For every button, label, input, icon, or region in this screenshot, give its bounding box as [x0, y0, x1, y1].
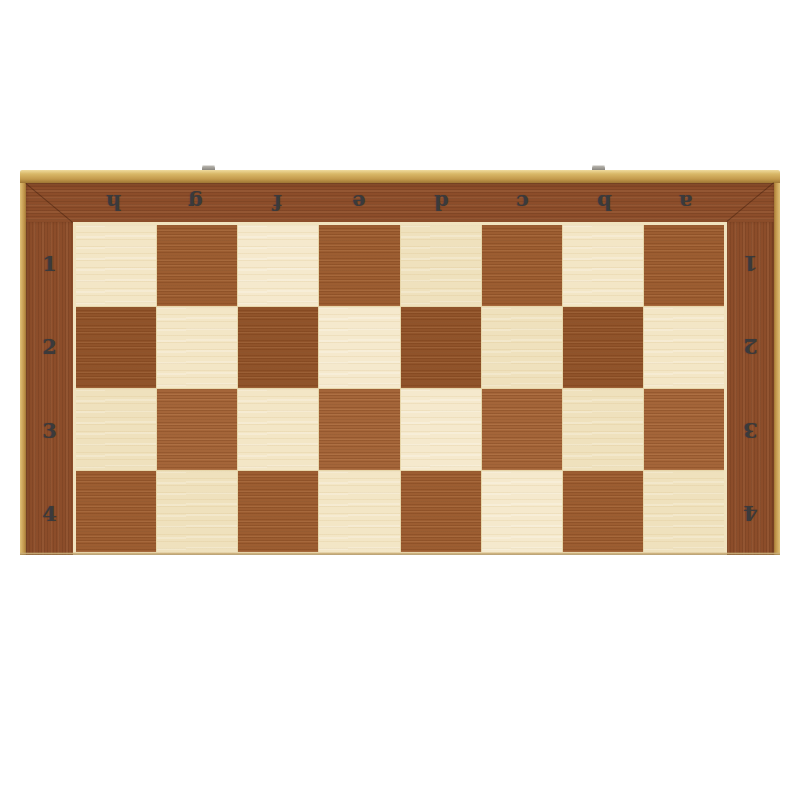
rank-number: 3	[743, 420, 758, 441]
file-label-e: e	[318, 183, 400, 222]
file-letter: a	[679, 192, 693, 213]
square-c4	[482, 471, 562, 552]
square-h1	[76, 225, 156, 306]
rank-number: 2	[42, 336, 57, 357]
rank-number: 3	[42, 420, 57, 441]
rank-labels-left: 1234	[26, 222, 73, 555]
square-a4	[644, 471, 724, 552]
rank-label-1-left: 1	[26, 222, 73, 305]
square-c3	[482, 389, 562, 470]
square-b1	[563, 225, 643, 306]
file-label-b: b	[564, 183, 646, 222]
square-g3	[157, 389, 237, 470]
rank-number: 4	[743, 503, 758, 524]
square-b2	[563, 307, 643, 388]
file-letter: d	[434, 192, 449, 213]
board-cut-edge	[20, 552, 780, 555]
file-letter: f	[273, 192, 282, 213]
square-d3	[401, 389, 481, 470]
square-a3	[644, 389, 724, 470]
squares-grid	[76, 225, 724, 552]
chessboard: hgfedcba 1234 1234	[20, 170, 780, 555]
play-area	[73, 222, 727, 555]
square-g2	[157, 307, 237, 388]
rank-number: 1	[743, 253, 758, 274]
file-letter: c	[516, 192, 529, 213]
rank-number: 2	[743, 336, 758, 357]
square-f4	[238, 471, 318, 552]
square-g4	[157, 471, 237, 552]
square-b4	[563, 471, 643, 552]
square-f2	[238, 307, 318, 388]
rank-number: 4	[42, 503, 57, 524]
file-letter: g	[188, 192, 203, 213]
square-c2	[482, 307, 562, 388]
file-letter: h	[106, 192, 121, 213]
rank-label-3-right: 3	[727, 389, 774, 472]
file-letter: e	[352, 192, 365, 213]
rank-number: 1	[42, 253, 57, 274]
square-d2	[401, 307, 481, 388]
rank-label-1-right: 1	[727, 222, 774, 305]
square-a2	[644, 307, 724, 388]
square-b3	[563, 389, 643, 470]
rank-label-2-left: 2	[26, 305, 73, 388]
square-f1	[238, 225, 318, 306]
board-fold-edge	[20, 170, 780, 183]
square-f3	[238, 389, 318, 470]
file-label-d: d	[400, 183, 482, 222]
square-d1	[401, 225, 481, 306]
square-e3	[319, 389, 399, 470]
square-a1	[644, 225, 724, 306]
square-d4	[401, 471, 481, 552]
square-h2	[76, 307, 156, 388]
file-letter: b	[597, 192, 612, 213]
file-label-f: f	[237, 183, 319, 222]
file-labels: hgfedcba	[73, 183, 727, 222]
product-photo-stage: hgfedcba 1234 1234	[0, 0, 800, 800]
rank-label-4-left: 4	[26, 472, 73, 555]
square-g1	[157, 225, 237, 306]
file-label-c: c	[482, 183, 564, 222]
rank-label-3-left: 3	[26, 389, 73, 472]
square-e1	[319, 225, 399, 306]
square-e2	[319, 307, 399, 388]
square-h3	[76, 389, 156, 470]
file-label-a: a	[645, 183, 727, 222]
file-label-h: h	[73, 183, 155, 222]
square-h4	[76, 471, 156, 552]
board-gilt-edge-right	[774, 183, 780, 555]
rank-label-4-right: 4	[727, 472, 774, 555]
rank-label-2-right: 2	[727, 305, 774, 388]
rank-labels-right: 1234	[727, 222, 774, 555]
square-c1	[482, 225, 562, 306]
file-label-g: g	[155, 183, 237, 222]
square-e4	[319, 471, 399, 552]
